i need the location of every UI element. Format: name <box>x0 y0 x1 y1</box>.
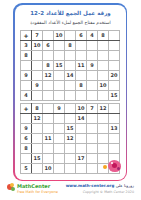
plus-operator-cell: + <box>21 104 32 114</box>
grid-1-cell-r5c5: 8 <box>76 81 87 91</box>
grid-2-header-cell-r0c8[interactable] <box>109 104 120 114</box>
grid-2-cell-r3c8[interactable] <box>109 134 120 144</box>
grid-1-cell-r4c1[interactable] <box>32 71 43 81</box>
plus-operator-cell: + <box>21 31 32 41</box>
grid-2-cell-r6c5[interactable] <box>76 164 87 174</box>
grid-1-cell-r4c4: 14 <box>65 71 76 81</box>
grid-1-cell-r5c3[interactable] <box>54 81 65 91</box>
grid-2-cell-r2c3[interactable] <box>54 124 65 134</box>
grid-1-cell-r5c6[interactable] <box>87 81 98 91</box>
grid-1-cell-r4c6[interactable] <box>87 71 98 81</box>
grid-2-cell-r6c6[interactable] <box>87 164 98 174</box>
grid-2-cell-r1c4[interactable] <box>65 114 76 124</box>
grid-1-cell-r6c5[interactable] <box>76 91 87 101</box>
grid-1-cell-r5c1: 9 <box>32 81 43 91</box>
grid-2-cell-r2c7[interactable] <box>98 124 109 134</box>
grid-1-header-cell-r0c5: 6 <box>76 31 87 41</box>
grid-2-cell-r1c7[interactable] <box>98 114 109 124</box>
grid-1-cell-r3c8[interactable] <box>109 61 120 71</box>
grid-2-cell-r3c5[interactable] <box>76 134 87 144</box>
grid-2-cell-r5c4[interactable] <box>65 154 76 164</box>
grid-1-header-cell-r0c4[interactable] <box>65 31 76 41</box>
grid-2-header-cell-r6c0: 5 <box>21 164 32 174</box>
grid-1-header-cell-r0c8[interactable] <box>109 31 120 41</box>
grid-1-cell-r5c7: 10 <box>98 81 109 91</box>
grid-2-header-cell-r2c0: 9 <box>21 124 32 134</box>
grid-2-cell-r5c5: 17 <box>76 154 87 164</box>
grid-1-cell-r2c5[interactable] <box>76 51 87 61</box>
worksheet-instructions: استخدم مفتاح الجمع لملء الأعداد المفقودة <box>0 20 141 25</box>
grid-1-cell-r5c4[interactable] <box>65 81 76 91</box>
grid-2-header-cell-r0c7: 12 <box>98 104 109 114</box>
grid-1-cell-r1c2: 6 <box>43 41 54 51</box>
grid-1-header-cell-r0c6: 4 <box>87 31 98 41</box>
grid-1-header-cell-r0c2[interactable] <box>43 31 54 41</box>
grid-2-header-cell-r5c0[interactable] <box>21 154 32 164</box>
grid-1-header-cell-r3c0[interactable] <box>21 61 32 71</box>
grid-1-cell-r3c5: 11 <box>76 61 87 71</box>
grid-2-cell-r1c3[interactable] <box>54 114 65 124</box>
grid-2-cell-r6c2: 10 <box>43 164 54 174</box>
grid-2-cell-r5c6[interactable] <box>87 154 98 164</box>
grid-1-row-0: +710648 <box>21 31 120 41</box>
grid-2-cell-r3c4: 12 <box>65 134 76 144</box>
grid-1-header-cell-r0c3: 10 <box>54 31 65 41</box>
grid-2-header-cell-r0c4[interactable] <box>65 104 76 114</box>
worksheet-page: { "game": "addition-table fill-in-the-mi… <box>0 0 141 200</box>
footer: MathCenter Free Math for Everyone زورونا… <box>0 181 141 199</box>
grid-1-cell-r3c4[interactable] <box>65 61 76 71</box>
grid-1-cell-r1c1: 10 <box>32 41 43 51</box>
addition-grid-1: +71064831068881511991214209810415 <box>20 30 120 101</box>
grid-2-cell-r6c4[interactable] <box>65 164 76 174</box>
grid-1-cell-r6c7[interactable] <box>98 91 109 101</box>
grid-1-cell-r6c3[interactable] <box>54 91 65 101</box>
grid-1-cell-r3c7[interactable] <box>98 61 109 71</box>
grid-2-cell-r3c2: 11 <box>43 134 54 144</box>
logo-petal <box>11 187 15 191</box>
logo-tagline: Free Math for Everyone <box>17 190 58 194</box>
grid-1-cell-r1c7[interactable] <box>98 41 109 51</box>
grid-1-header-cell-r0c7: 8 <box>98 31 109 41</box>
grid-2-cell-r3c3[interactable] <box>54 134 65 144</box>
grid-1-cell-r4c3[interactable] <box>54 71 65 81</box>
grid-2-row-1: 1214 <box>21 114 120 124</box>
mascot-orange-dot <box>103 165 107 169</box>
grid-1-cell-r2c4[interactable] <box>65 51 76 61</box>
grid-2-cell-r3c6[interactable] <box>87 134 98 144</box>
grid-2-cell-r2c4: 15 <box>65 124 76 134</box>
grid-2-header-cell-r0c6: 7 <box>87 104 98 114</box>
grid-1-cell-r6c4[interactable] <box>65 91 76 101</box>
grid-1-row-6: 415 <box>21 91 120 101</box>
grid-2-cell-r1c1: 12 <box>32 114 43 124</box>
grid-1-cell-r5c2[interactable] <box>43 81 54 91</box>
grid-2-cell-r2c8: 13 <box>109 124 120 134</box>
grid-2-cell-r1c6[interactable] <box>87 114 98 124</box>
grid-1-cell-r4c7[interactable] <box>98 71 109 81</box>
grid-2-row-4: 8 <box>21 144 120 154</box>
grid-1-cell-r2c2[interactable] <box>43 51 54 61</box>
grid-2-cell-r4c4[interactable] <box>65 144 76 154</box>
grid-2-cell-r2c1[interactable] <box>32 124 43 134</box>
grid-1-cell-r3c1[interactable] <box>32 61 43 71</box>
grid-1-header-cell-r5c0[interactable] <box>21 81 32 91</box>
mathcenter-flower-logo-icon <box>7 183 15 191</box>
grid-2-cell-r4c1[interactable] <box>32 144 43 154</box>
grid-1-cell-r4c8: 20 <box>109 71 120 81</box>
visit-us-line: زورونا على www.math-center.org <box>66 183 134 188</box>
grid-2-cell-r2c5[interactable] <box>76 124 87 134</box>
website-link[interactable]: www.math-center.org <box>66 183 115 188</box>
mascot-eye <box>111 162 113 164</box>
grid-1-cell-r4c5[interactable] <box>76 71 87 81</box>
worksheet-title: ورقة عمل الجمع للأعداد 2-12 <box>0 10 141 16</box>
grid-2-header-cell-r0c2[interactable] <box>43 104 54 114</box>
grid-2-row-2: 91513 <box>21 124 120 134</box>
grid-1-header-cell-r4c0: 9 <box>21 71 32 81</box>
grid-1-row-1: 31068 <box>21 41 120 51</box>
grid-1-cell-r3c2: 8 <box>43 61 54 71</box>
mascot-spot <box>117 167 120 170</box>
grid-1-cell-r6c8: 15 <box>109 91 120 101</box>
grid-1-cell-r5c8[interactable] <box>109 81 120 91</box>
grid-1-header-cell-r6c0: 4 <box>21 91 32 101</box>
grid-2-cell-r4c8[interactable] <box>109 144 120 154</box>
grid-2-cell-r4c7[interactable] <box>98 144 109 154</box>
grid-2-row-0: +8910712 <box>21 104 120 114</box>
grid-2-cell-r1c2[interactable] <box>43 114 54 124</box>
grid-2-cell-r5c1: 15 <box>32 154 43 164</box>
grid-1-cell-r3c3: 15 <box>54 61 65 71</box>
grid-2-header-cell-r4c0: 8 <box>21 144 32 154</box>
grid-2-cell-r2c6[interactable] <box>87 124 98 134</box>
grid-1-cell-r2c6[interactable] <box>87 51 98 61</box>
grid-2-cell-r3c7[interactable] <box>98 134 109 144</box>
grid-2-cell-r3c1[interactable] <box>32 134 43 144</box>
grid-1-cell-r6c6[interactable] <box>87 91 98 101</box>
grid-2-header-cell-r1c0[interactable] <box>21 114 32 124</box>
grid-2-cell-r5c2[interactable] <box>43 154 54 164</box>
visit-label: زورونا على <box>116 183 134 188</box>
grid-2-header-cell-r0c3: 9 <box>54 104 65 114</box>
grid-2-cell-r2c2[interactable] <box>43 124 54 134</box>
grid-1-cell-r6c1[interactable] <box>32 91 43 101</box>
grid-1-header-cell-r1c0: 3 <box>21 41 32 51</box>
grid-2-header-cell-r3c0: 6 <box>21 134 32 144</box>
grid-2-cell-r4c5[interactable] <box>76 144 87 154</box>
grid-1-cell-r2c8[interactable] <box>109 51 120 61</box>
grid-1-row-5: 9810 <box>21 81 120 91</box>
grid-1-header-cell-r2c0: 8 <box>21 51 32 61</box>
grid-1-row-3: 815119 <box>21 61 120 71</box>
grid-1-row-2: 8 <box>21 51 120 61</box>
grid-1-cell-r1c5[interactable] <box>76 41 87 51</box>
copyright-text: Copyright © Math Center 2020 <box>83 190 134 194</box>
grid-1-header-cell-r0c1: 7 <box>32 31 43 41</box>
grid-1-cell-r3c6: 9 <box>87 61 98 71</box>
grid-1-cell-r1c6[interactable] <box>87 41 98 51</box>
grid-1-row-4: 9121420 <box>21 71 120 81</box>
grid-2-cell-r1c5: 14 <box>76 114 87 124</box>
grid-2-cell-r1c8[interactable] <box>109 114 120 124</box>
grid-2-cell-r6c1[interactable] <box>32 164 43 174</box>
grid-1-cell-r1c4: 8 <box>65 41 76 51</box>
grid-1-cell-r2c7[interactable] <box>98 51 109 61</box>
grid-2-cell-r6c3[interactable] <box>54 164 65 174</box>
grid-1-cell-r6c2[interactable] <box>43 91 54 101</box>
grid-2-cell-r4c2[interactable] <box>43 144 54 154</box>
grid-1-cell-r1c3[interactable] <box>54 41 65 51</box>
grid-2-header-cell-r0c5: 10 <box>76 104 87 114</box>
grid-1-cell-r2c1[interactable] <box>32 51 43 61</box>
grid-1-cell-r2c3[interactable] <box>54 51 65 61</box>
grid-2-cell-r4c3[interactable] <box>54 144 65 154</box>
grid-2-cell-r5c3[interactable] <box>54 154 65 164</box>
grid-1-cell-r4c2: 12 <box>43 71 54 81</box>
pink-monster-mascot <box>103 159 123 174</box>
logo-text: MathCenter <box>17 183 50 189</box>
grid-1-cell-r1c8[interactable] <box>109 41 120 51</box>
grid-2-header-cell-r0c1: 8 <box>32 104 43 114</box>
grid-2-cell-r4c6[interactable] <box>87 144 98 154</box>
grid-2-row-3: 61112 <box>21 134 120 144</box>
